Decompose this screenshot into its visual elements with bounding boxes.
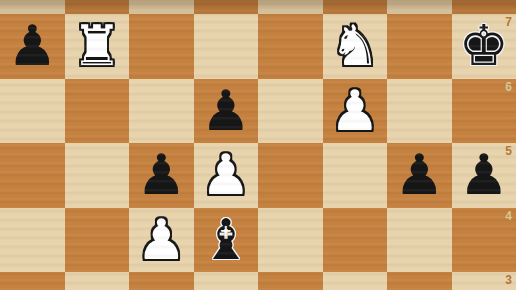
- chess-board-grid: ♟♜♞♚7♟♟6♟♟♟♟5♟♝+43: [0, 0, 516, 290]
- square-g5[interactable]: ♟: [387, 143, 452, 208]
- square-h8[interactable]: [452, 0, 516, 14]
- square-g3[interactable]: [387, 272, 452, 290]
- square-b6[interactable]: [65, 79, 130, 144]
- square-e4[interactable]: [258, 208, 323, 273]
- square-f4[interactable]: [323, 208, 388, 273]
- square-d6[interactable]: ♟: [194, 79, 259, 144]
- chess-board: ♟♜♞♚7♟♟6♟♟♟♟5♟♝+43: [0, 0, 516, 290]
- piece-white-pawn[interactable]: ♟: [201, 143, 251, 208]
- square-e7[interactable]: [258, 14, 323, 79]
- rank-label-3: 3: [505, 273, 512, 287]
- square-f7[interactable]: ♞: [323, 14, 388, 79]
- square-b5[interactable]: [65, 143, 130, 208]
- square-c3[interactable]: [129, 272, 194, 290]
- square-h3[interactable]: 3: [452, 272, 516, 290]
- piece-black-king[interactable]: ♚: [459, 14, 509, 79]
- square-g8[interactable]: [387, 0, 452, 14]
- piece-black-pawn[interactable]: ♟: [459, 143, 509, 208]
- square-f8[interactable]: [323, 0, 388, 14]
- piece-black-pawn[interactable]: ♟: [136, 143, 186, 208]
- piece-black-pawn[interactable]: ♟: [201, 79, 251, 144]
- square-b3[interactable]: [65, 272, 130, 290]
- square-h6[interactable]: 6: [452, 79, 516, 144]
- square-e6[interactable]: [258, 79, 323, 144]
- square-f5[interactable]: [323, 143, 388, 208]
- square-h5[interactable]: ♟5: [452, 143, 516, 208]
- square-g6[interactable]: [387, 79, 452, 144]
- square-b4[interactable]: [65, 208, 130, 273]
- square-a4[interactable]: [0, 208, 65, 273]
- square-g4[interactable]: [387, 208, 452, 273]
- square-h7[interactable]: ♚7: [452, 14, 516, 79]
- piece-white-rook[interactable]: ♜: [72, 14, 122, 79]
- square-a5[interactable]: [0, 143, 65, 208]
- piece-white-pawn[interactable]: ♟: [136, 208, 186, 273]
- piece-white-pawn[interactable]: ♟: [330, 79, 380, 144]
- square-f6[interactable]: ♟: [323, 79, 388, 144]
- square-d7[interactable]: [194, 14, 259, 79]
- square-d5[interactable]: ♟: [194, 143, 259, 208]
- square-c4[interactable]: ♟: [129, 208, 194, 273]
- piece-black-pawn[interactable]: ♟: [394, 143, 444, 208]
- square-d8[interactable]: [194, 0, 259, 14]
- square-a3[interactable]: [0, 272, 65, 290]
- square-b8[interactable]: [65, 0, 130, 14]
- square-a8[interactable]: [0, 0, 65, 14]
- piece-white-knight[interactable]: ♞: [330, 14, 380, 79]
- square-e8[interactable]: [258, 0, 323, 14]
- square-e3[interactable]: [258, 272, 323, 290]
- square-d3[interactable]: [194, 272, 259, 290]
- square-a7[interactable]: ♟: [0, 14, 65, 79]
- square-c8[interactable]: [129, 0, 194, 14]
- square-h4[interactable]: 4: [452, 208, 516, 273]
- piece-black-bishop[interactable]: ♝: [201, 208, 251, 273]
- rank-label-6: 6: [505, 80, 512, 94]
- square-e5[interactable]: [258, 143, 323, 208]
- square-d4[interactable]: ♝+: [194, 208, 259, 273]
- square-b7[interactable]: ♜: [65, 14, 130, 79]
- square-a6[interactable]: [0, 79, 65, 144]
- square-c7[interactable]: [129, 14, 194, 79]
- square-c6[interactable]: [129, 79, 194, 144]
- piece-black-pawn[interactable]: ♟: [7, 14, 57, 79]
- square-g7[interactable]: [387, 14, 452, 79]
- rank-label-4: 4: [505, 209, 512, 223]
- square-f3[interactable]: [323, 272, 388, 290]
- square-c5[interactable]: ♟: [129, 143, 194, 208]
